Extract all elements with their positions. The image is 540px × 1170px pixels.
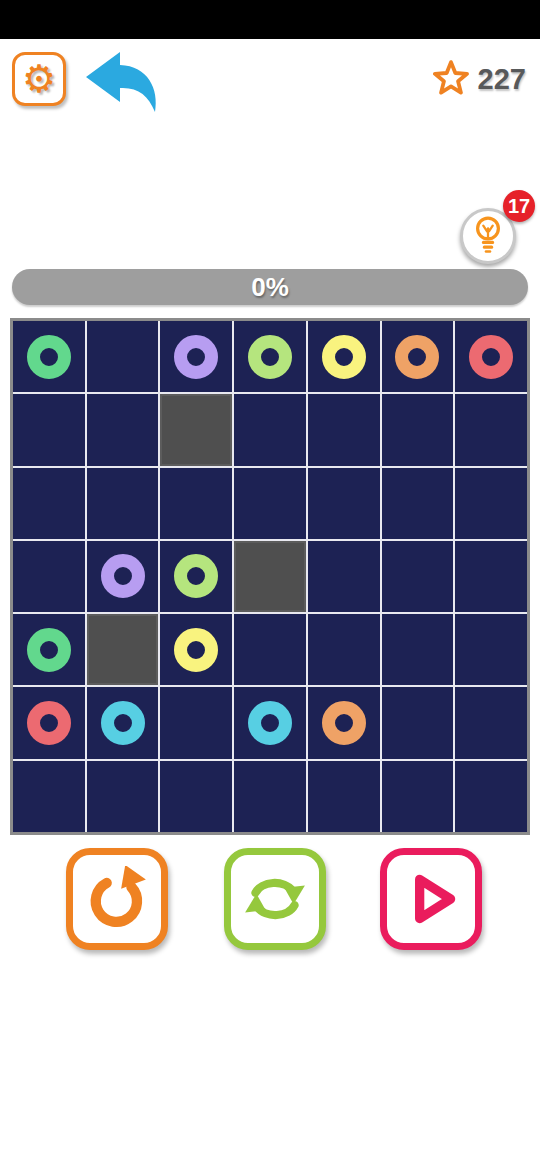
cyan-ring[interactable] [248, 701, 292, 745]
cell-r2c7[interactable] [455, 394, 527, 465]
red-ring[interactable] [27, 701, 71, 745]
lime-ring[interactable] [248, 335, 292, 379]
hint-count-badge: 17 [503, 190, 535, 222]
cell-r6c4[interactable] [234, 687, 306, 758]
progress-bar: 0% [12, 269, 528, 305]
cell-r6c5[interactable] [308, 687, 380, 758]
cell-r5c3[interactable] [160, 614, 232, 685]
cell-r3c5[interactable] [308, 468, 380, 539]
settings-button[interactable]: ⚙ [12, 52, 66, 106]
cell-blocked-r2c3 [160, 394, 232, 465]
star-icon [432, 60, 470, 98]
cell-r7c5[interactable] [308, 761, 380, 832]
app-screen: ⚙ 227 17 0% [0, 0, 540, 1170]
shuffle-button[interactable] [224, 848, 326, 950]
cell-r3c2[interactable] [87, 468, 159, 539]
status-bar [0, 0, 540, 39]
cell-r5c1[interactable] [13, 614, 85, 685]
cell-r6c2[interactable] [87, 687, 159, 758]
cell-r2c6[interactable] [382, 394, 454, 465]
cell-r7c2[interactable] [87, 761, 159, 832]
board [10, 318, 530, 835]
cell-r4c6[interactable] [382, 541, 454, 612]
play-triangle-icon [398, 866, 464, 932]
cell-r7c4[interactable] [234, 761, 306, 832]
cell-r7c6[interactable] [382, 761, 454, 832]
back-arrow-icon [82, 50, 164, 114]
cell-blocked-r4c4 [234, 541, 306, 612]
cell-r2c1[interactable] [13, 394, 85, 465]
lightbulb-icon [471, 215, 505, 257]
purple-ring[interactable] [174, 335, 218, 379]
back-button[interactable] [82, 50, 164, 114]
cell-r1c5[interactable] [308, 321, 380, 392]
cyan-ring[interactable] [101, 701, 145, 745]
cell-r6c1[interactable] [13, 687, 85, 758]
rotate-arrow-icon [84, 866, 150, 932]
play-button[interactable] [380, 848, 482, 950]
purple-ring[interactable] [101, 554, 145, 598]
cell-r3c6[interactable] [382, 468, 454, 539]
red-ring[interactable] [469, 335, 513, 379]
yellow-ring[interactable] [174, 628, 218, 672]
green-ring[interactable] [27, 335, 71, 379]
cell-r1c7[interactable] [455, 321, 527, 392]
cell-r2c4[interactable] [234, 394, 306, 465]
cell-r3c4[interactable] [234, 468, 306, 539]
cell-r3c3[interactable] [160, 468, 232, 539]
cell-r3c7[interactable] [455, 468, 527, 539]
cell-r4c5[interactable] [308, 541, 380, 612]
progress-label: 0% [251, 272, 289, 303]
orange-ring[interactable] [322, 701, 366, 745]
cell-r5c7[interactable] [455, 614, 527, 685]
cell-r1c6[interactable] [382, 321, 454, 392]
cell-r6c7[interactable] [455, 687, 527, 758]
stars-count: 227 [478, 63, 526, 96]
cell-r2c5[interactable] [308, 394, 380, 465]
cell-blocked-r5c2 [87, 614, 159, 685]
cell-r1c3[interactable] [160, 321, 232, 392]
cell-r4c3[interactable] [160, 541, 232, 612]
score-display: 227 [432, 60, 526, 98]
cell-r5c5[interactable] [308, 614, 380, 685]
cell-r3c1[interactable] [13, 468, 85, 539]
cell-r4c2[interactable] [87, 541, 159, 612]
cell-r4c7[interactable] [455, 541, 527, 612]
gear-icon: ⚙ [22, 60, 56, 98]
cell-r7c7[interactable] [455, 761, 527, 832]
yellow-ring[interactable] [322, 335, 366, 379]
cell-r5c4[interactable] [234, 614, 306, 685]
cell-r6c6[interactable] [382, 687, 454, 758]
cell-r1c2[interactable] [87, 321, 159, 392]
sync-arrows-icon [242, 866, 308, 932]
cell-r5c6[interactable] [382, 614, 454, 685]
green-ring[interactable] [27, 628, 71, 672]
cell-r7c1[interactable] [13, 761, 85, 832]
cell-r1c4[interactable] [234, 321, 306, 392]
cell-r1c1[interactable] [13, 321, 85, 392]
orange-ring[interactable] [395, 335, 439, 379]
cell-r4c1[interactable] [13, 541, 85, 612]
cell-r2c2[interactable] [87, 394, 159, 465]
cell-r7c3[interactable] [160, 761, 232, 832]
undo-button[interactable] [66, 848, 168, 950]
cell-r6c3[interactable] [160, 687, 232, 758]
lime-ring[interactable] [174, 554, 218, 598]
